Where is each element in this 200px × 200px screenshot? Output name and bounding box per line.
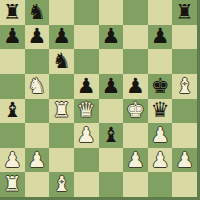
piece-black-bishop[interactable]: ♝ (101, 125, 120, 146)
square-e4[interactable] (99, 99, 124, 124)
piece-white-king[interactable]: ♚ (126, 100, 145, 121)
square-g6[interactable] (148, 49, 173, 74)
piece-black-rook[interactable]: ♜ (175, 2, 194, 23)
piece-black-pawn[interactable]: ♟ (3, 26, 22, 47)
square-e2[interactable] (99, 148, 124, 173)
square-b1[interactable] (25, 172, 50, 197)
square-e7[interactable]: ♟ (99, 25, 124, 50)
square-c6[interactable]: ♞ (49, 49, 74, 74)
square-f2[interactable]: ♟ (123, 148, 148, 173)
piece-black-pawn[interactable]: ♟ (77, 76, 96, 97)
square-f3[interactable] (123, 123, 148, 148)
piece-black-rook[interactable]: ♜ (3, 2, 22, 23)
square-a5[interactable] (0, 74, 25, 99)
square-c4[interactable]: ♜ (49, 99, 74, 124)
piece-white-pawn[interactable]: ♟ (3, 150, 22, 171)
square-h7[interactable] (172, 25, 197, 50)
square-e5[interactable]: ♟ (99, 74, 124, 99)
square-g7[interactable]: ♟ (148, 25, 173, 50)
square-f7[interactable] (123, 25, 148, 50)
piece-black-knight[interactable]: ♞ (52, 51, 71, 72)
square-f4[interactable]: ♚ (123, 99, 148, 124)
square-g8[interactable] (148, 0, 173, 25)
square-h3[interactable] (172, 123, 197, 148)
square-h8[interactable]: ♜ (172, 0, 197, 25)
square-g1[interactable] (148, 172, 173, 197)
square-g3[interactable]: ♟ (148, 123, 173, 148)
square-f8[interactable] (123, 0, 148, 25)
piece-white-pawn[interactable]: ♟ (151, 150, 170, 171)
piece-black-pawn[interactable]: ♟ (101, 26, 120, 47)
square-f5[interactable]: ♟ (123, 74, 148, 99)
square-a7[interactable]: ♟ (0, 25, 25, 50)
square-a1[interactable]: ♜ (0, 172, 25, 197)
square-c3[interactable] (49, 123, 74, 148)
square-b5[interactable]: ♞ (25, 74, 50, 99)
square-c8[interactable] (49, 0, 74, 25)
square-a8[interactable]: ♜ (0, 0, 25, 25)
piece-black-bishop[interactable]: ♝ (3, 100, 22, 121)
piece-white-pawn[interactable]: ♟ (28, 150, 47, 171)
square-b8[interactable]: ♞ (25, 0, 50, 25)
piece-black-pawn[interactable]: ♟ (28, 26, 47, 47)
square-b2[interactable]: ♟ (25, 148, 50, 173)
square-d8[interactable] (74, 0, 99, 25)
square-d3[interactable]: ♟ (74, 123, 99, 148)
piece-white-pawn[interactable]: ♟ (175, 150, 194, 171)
square-c1[interactable]: ♝ (49, 172, 74, 197)
square-d4[interactable]: ♛ (74, 99, 99, 124)
square-f1[interactable] (123, 172, 148, 197)
chess-board: ♜♞♜♟♟♟♟♟♞♞♟♟♟♚♝♝♜♛♚♛♟♝♟♟♟♟♟♟♜♝ (0, 0, 197, 197)
square-b3[interactable] (25, 123, 50, 148)
piece-white-bishop[interactable]: ♝ (52, 174, 71, 195)
square-d6[interactable] (74, 49, 99, 74)
square-a3[interactable] (0, 123, 25, 148)
square-a2[interactable]: ♟ (0, 148, 25, 173)
piece-black-knight[interactable]: ♞ (28, 2, 47, 23)
square-h5[interactable]: ♝ (172, 74, 197, 99)
square-h6[interactable] (172, 49, 197, 74)
piece-black-pawn[interactable]: ♟ (126, 76, 145, 97)
square-d2[interactable] (74, 148, 99, 173)
square-f6[interactable] (123, 49, 148, 74)
piece-white-pawn[interactable]: ♟ (126, 150, 145, 171)
square-d7[interactable] (74, 25, 99, 50)
square-c2[interactable] (49, 148, 74, 173)
square-d1[interactable] (74, 172, 99, 197)
piece-black-pawn[interactable]: ♟ (101, 76, 120, 97)
square-d5[interactable]: ♟ (74, 74, 99, 99)
square-b4[interactable] (25, 99, 50, 124)
piece-white-pawn[interactable]: ♟ (77, 125, 96, 146)
square-e1[interactable] (99, 172, 124, 197)
square-b6[interactable] (25, 49, 50, 74)
square-e8[interactable] (99, 0, 124, 25)
piece-white-queen[interactable]: ♛ (77, 100, 96, 121)
chess-app: ♜♞♜♟♟♟♟♟♞♞♟♟♟♚♝♝♜♛♚♛♟♝♟♟♟♟♟♟♜♝ (0, 0, 200, 200)
piece-white-knight[interactable]: ♞ (28, 76, 47, 97)
square-c5[interactable] (49, 74, 74, 99)
piece-black-pawn[interactable]: ♟ (52, 26, 71, 47)
piece-white-rook[interactable]: ♜ (52, 100, 71, 121)
piece-white-bishop[interactable]: ♝ (175, 76, 194, 97)
piece-white-pawn[interactable]: ♟ (151, 125, 170, 146)
square-b7[interactable]: ♟ (25, 25, 50, 50)
square-h1[interactable] (172, 172, 197, 197)
square-h4[interactable] (172, 99, 197, 124)
square-e3[interactable]: ♝ (99, 123, 124, 148)
square-a4[interactable]: ♝ (0, 99, 25, 124)
square-g5[interactable]: ♚ (148, 74, 173, 99)
piece-white-rook[interactable]: ♜ (3, 174, 22, 195)
piece-black-king[interactable]: ♚ (151, 76, 170, 97)
square-h2[interactable]: ♟ (172, 148, 197, 173)
piece-black-pawn[interactable]: ♟ (151, 26, 170, 47)
square-g4[interactable]: ♛ (148, 99, 173, 124)
square-c7[interactable]: ♟ (49, 25, 74, 50)
square-a6[interactable] (0, 49, 25, 74)
square-g2[interactable]: ♟ (148, 148, 173, 173)
square-e6[interactable] (99, 49, 124, 74)
piece-black-queen[interactable]: ♛ (151, 100, 170, 121)
